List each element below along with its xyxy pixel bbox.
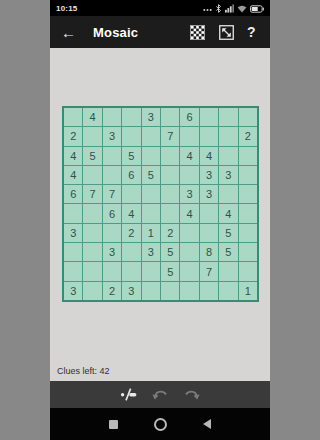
cell-r5c7[interactable]: 3 — [180, 185, 198, 203]
cell-r3c10[interactable] — [239, 147, 257, 165]
clues-left-label: Clues left: 42 — [57, 366, 110, 376]
cell-r7c7[interactable] — [180, 224, 198, 242]
cell-r9c5[interactable] — [142, 262, 160, 280]
cell-r10c6[interactable] — [161, 282, 179, 300]
cell-r6c4[interactable]: 4 — [122, 204, 140, 222]
cell-r8c7[interactable] — [180, 243, 198, 261]
cell-r1c1[interactable] — [64, 108, 82, 126]
cell-r4c6[interactable] — [161, 166, 179, 184]
signal-icon — [225, 0, 234, 17]
status-icons — [203, 0, 264, 17]
cell-r9c7[interactable] — [180, 262, 198, 280]
cell-r4c4[interactable]: 6 — [122, 166, 140, 184]
back-arrow-icon[interactable]: ← — [61, 25, 79, 40]
cell-r2c6[interactable]: 7 — [161, 127, 179, 145]
cell-r2c9[interactable] — [219, 127, 237, 145]
cell-r2c10[interactable]: 2 — [239, 127, 257, 145]
cell-r10c10[interactable]: 1 — [239, 282, 257, 300]
cell-r1c6[interactable] — [161, 108, 179, 126]
bluetooth-icon — [215, 0, 222, 17]
cell-r7c3[interactable] — [103, 224, 121, 242]
cell-r6c7[interactable]: 4 — [180, 204, 198, 222]
cell-r7c5[interactable]: 1 — [142, 224, 160, 242]
cell-r2c4[interactable] — [122, 127, 140, 145]
cell-r2c2[interactable] — [83, 127, 101, 145]
cell-r8c6[interactable]: 5 — [161, 243, 179, 261]
cell-r4c7[interactable] — [180, 166, 198, 184]
cell-r9c9[interactable] — [219, 262, 237, 280]
cell-r10c3[interactable]: 2 — [103, 282, 121, 300]
cell-r7c4[interactable]: 2 — [122, 224, 140, 242]
cell-r1c4[interactable] — [122, 108, 140, 126]
cell-r9c4[interactable] — [122, 262, 140, 280]
cell-r4c5[interactable]: 5 — [142, 166, 160, 184]
cell-r9c8[interactable]: 7 — [200, 262, 218, 280]
marking-mode-toggle-icon[interactable] — [120, 387, 137, 403]
app-bar: ← Mosaic ? — [50, 16, 270, 48]
cell-r2c5[interactable] — [142, 127, 160, 145]
cell-r5c8[interactable]: 3 — [200, 185, 218, 203]
cell-r5c2[interactable]: 7 — [83, 185, 101, 203]
undo-icon[interactable] — [152, 387, 169, 403]
cell-r4c2[interactable] — [83, 166, 101, 184]
cell-r9c1[interactable] — [64, 262, 82, 280]
cell-r4c3[interactable] — [103, 166, 121, 184]
cell-r1c10[interactable] — [239, 108, 257, 126]
cell-r3c2[interactable]: 5 — [83, 147, 101, 165]
cell-r7c9[interactable]: 5 — [219, 224, 237, 242]
cell-r6c3[interactable]: 6 — [103, 204, 121, 222]
cell-r7c1[interactable]: 3 — [64, 224, 82, 242]
cell-r6c1[interactable] — [64, 204, 82, 222]
home-circle-icon[interactable] — [154, 418, 167, 431]
cell-r6c5[interactable] — [142, 204, 160, 222]
cell-r1c7[interactable]: 6 — [180, 108, 198, 126]
cell-r2c3[interactable]: 3 — [103, 127, 121, 145]
cell-r3c5[interactable] — [142, 147, 160, 165]
cell-r3c7[interactable]: 4 — [180, 147, 198, 165]
cell-r6c6[interactable] — [161, 204, 179, 222]
help-icon[interactable]: ? — [247, 24, 259, 40]
phone-screen: 10:15 ← Mosaic — [50, 0, 270, 440]
cell-r5c4[interactable] — [122, 185, 140, 203]
cell-r5c6[interactable] — [161, 185, 179, 203]
mosaic-board: 4362372455444653367733644432125335855732… — [62, 106, 259, 302]
back-triangle-icon[interactable] — [203, 419, 211, 429]
cell-r3c6[interactable] — [161, 147, 179, 165]
status-bar: 10:15 — [50, 0, 270, 16]
cell-r6c2[interactable] — [83, 204, 101, 222]
cell-r3c3[interactable] — [103, 147, 121, 165]
page-title: Mosaic — [93, 25, 189, 40]
cell-r10c4[interactable]: 3 — [122, 282, 140, 300]
cell-r2c8[interactable] — [200, 127, 218, 145]
cell-r10c9[interactable] — [219, 282, 237, 300]
puzzle-area: 4362372455444653367733644432125335855732… — [50, 48, 270, 381]
recents-square-icon[interactable] — [109, 420, 118, 429]
cell-r6c8[interactable] — [200, 204, 218, 222]
cell-r8c3[interactable]: 3 — [103, 243, 121, 261]
checkerboard-preview-icon[interactable] — [189, 24, 205, 40]
redo-icon[interactable] — [184, 387, 201, 403]
cell-r1c9[interactable] — [219, 108, 237, 126]
wifi-icon — [237, 0, 247, 17]
cell-r1c3[interactable] — [103, 108, 121, 126]
cell-r6c10[interactable] — [239, 204, 257, 222]
cell-r5c5[interactable] — [142, 185, 160, 203]
cell-r9c2[interactable] — [83, 262, 101, 280]
cell-r10c5[interactable] — [142, 282, 160, 300]
cell-r1c5[interactable]: 3 — [142, 108, 160, 126]
resize-board-icon[interactable] — [218, 24, 234, 40]
cell-r4c1[interactable]: 4 — [64, 166, 82, 184]
cell-r5c10[interactable] — [239, 185, 257, 203]
cell-r1c8[interactable] — [200, 108, 218, 126]
cell-r9c6[interactable]: 5 — [161, 262, 179, 280]
cell-r8c5[interactable]: 3 — [142, 243, 160, 261]
notification-dots-icon — [203, 0, 212, 17]
cell-r10c2[interactable] — [83, 282, 101, 300]
cell-r5c9[interactable] — [219, 185, 237, 203]
app-bar-actions: ? — [189, 24, 259, 40]
cell-r8c10[interactable] — [239, 243, 257, 261]
cell-r8c2[interactable] — [83, 243, 101, 261]
cell-r4c9[interactable]: 3 — [219, 166, 237, 184]
clock: 10:15 — [56, 4, 77, 13]
cell-r6c9[interactable]: 4 — [219, 204, 237, 222]
cell-r3c8[interactable]: 4 — [200, 147, 218, 165]
cell-r10c8[interactable] — [200, 282, 218, 300]
battery-icon — [250, 0, 264, 17]
cell-r5c1[interactable]: 6 — [64, 185, 82, 203]
cell-r10c7[interactable] — [180, 282, 198, 300]
cell-r2c7[interactable] — [180, 127, 198, 145]
android-nav-bar — [50, 408, 270, 440]
cell-r9c10[interactable] — [239, 262, 257, 280]
cell-r3c4[interactable]: 5 — [122, 147, 140, 165]
cell-r9c3[interactable] — [103, 262, 121, 280]
cell-r7c2[interactable] — [83, 224, 101, 242]
cell-r3c9[interactable] — [219, 147, 237, 165]
cell-r5c3[interactable]: 7 — [103, 185, 121, 203]
cell-r7c10[interactable] — [239, 224, 257, 242]
cell-r2c1[interactable]: 2 — [64, 127, 82, 145]
cell-r7c8[interactable] — [200, 224, 218, 242]
cell-r3c1[interactable]: 4 — [64, 147, 82, 165]
cell-r10c1[interactable]: 3 — [64, 282, 82, 300]
cell-r8c4[interactable] — [122, 243, 140, 261]
cell-r4c8[interactable]: 3 — [200, 166, 218, 184]
cell-r4c10[interactable] — [239, 166, 257, 184]
cell-r8c9[interactable]: 5 — [219, 243, 237, 261]
cell-r1c2[interactable]: 4 — [83, 108, 101, 126]
cell-r7c6[interactable]: 2 — [161, 224, 179, 242]
bottom-toolbar — [50, 381, 270, 408]
cell-r8c8[interactable]: 8 — [200, 243, 218, 261]
cell-r8c1[interactable] — [64, 243, 82, 261]
